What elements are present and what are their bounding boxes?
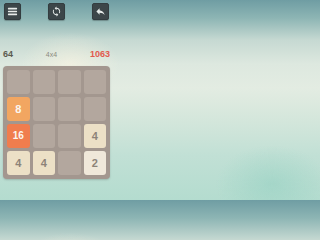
undo-arrow-icon <box>95 6 106 17</box>
tile-16: 16 <box>7 124 30 148</box>
tile-4: 4 <box>7 151 30 175</box>
tile-4: 4 <box>84 124 107 148</box>
empty-cell <box>58 97 81 121</box>
empty-cell <box>84 70 107 94</box>
empty-cell <box>33 97 56 121</box>
score-value: 64 <box>3 49 13 59</box>
tile-2: 2 <box>84 151 107 175</box>
empty-cell <box>33 70 56 94</box>
empty-cell <box>58 124 81 148</box>
app-background: { "game": "2048", "app": { "board_size_l… <box>0 0 113 200</box>
undo-button[interactable] <box>92 3 109 20</box>
toolbar <box>0 0 113 22</box>
empty-cell <box>58 70 81 94</box>
score-bar: 64 4x4 1063 <box>0 49 113 62</box>
empty-cell <box>7 70 30 94</box>
empty-cell <box>84 97 107 121</box>
hamburger-menu-icon <box>7 6 18 17</box>
new-game-button[interactable] <box>48 3 65 20</box>
tile-8: 8 <box>7 97 30 121</box>
empty-cell <box>33 124 56 148</box>
board-size-label: 4x4 <box>46 51 57 58</box>
tile-4: 4 <box>33 151 56 175</box>
menu-button[interactable] <box>4 3 21 20</box>
best-score-value: 1063 <box>90 49 110 59</box>
empty-cell <box>58 151 81 175</box>
board[interactable]: 8164442 <box>3 66 110 179</box>
refresh-sync-icon <box>51 6 62 17</box>
